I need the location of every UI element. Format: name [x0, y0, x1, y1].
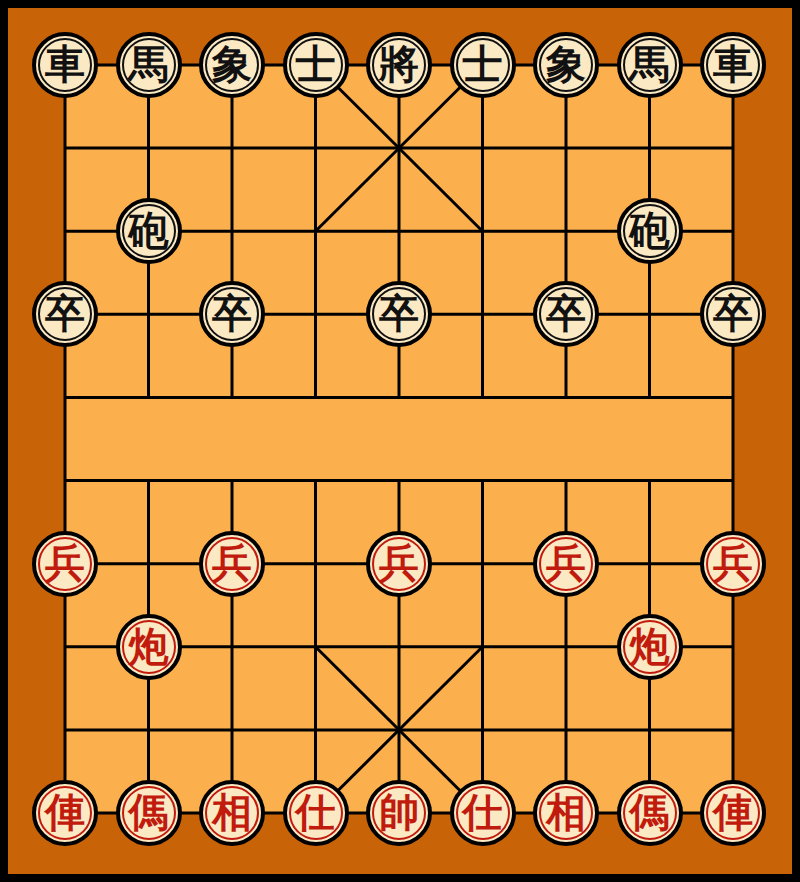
piece-character: 兵: [45, 544, 85, 584]
piece-black-cannon[interactable]: 砲: [116, 198, 182, 264]
piece-black-elephant[interactable]: 象: [199, 32, 265, 98]
piece-red-soldier[interactable]: 兵: [533, 531, 599, 597]
piece-character: 馬: [129, 45, 169, 85]
xiangqi-board[interactable]: [65, 65, 733, 813]
piece-character: 相: [546, 793, 586, 833]
piece-red-horse[interactable]: 傌: [116, 780, 182, 846]
piece-character: 仕: [296, 793, 336, 833]
piece-character: 俥: [45, 793, 85, 833]
piece-character: 卒: [546, 294, 586, 334]
piece-character: 傌: [129, 793, 169, 833]
piece-character: 將: [379, 45, 419, 85]
piece-character: 炮: [129, 627, 169, 667]
piece-red-elephant[interactable]: 相: [199, 780, 265, 846]
piece-character: 卒: [45, 294, 85, 334]
piece-character: 士: [463, 45, 503, 85]
piece-red-advisor[interactable]: 仕: [450, 780, 516, 846]
piece-character: 兵: [212, 544, 252, 584]
piece-black-soldier[interactable]: 卒: [533, 281, 599, 347]
piece-character: 士: [296, 45, 336, 85]
piece-black-soldier[interactable]: 卒: [32, 281, 98, 347]
piece-character: 卒: [212, 294, 252, 334]
piece-character: 兵: [546, 544, 586, 584]
piece-black-elephant[interactable]: 象: [533, 32, 599, 98]
piece-red-soldier[interactable]: 兵: [700, 531, 766, 597]
piece-character: 砲: [630, 211, 670, 251]
piece-black-horse[interactable]: 馬: [617, 32, 683, 98]
piece-black-chariot[interactable]: 車: [700, 32, 766, 98]
xiangqi-screenshot: 車馬象士將士象馬車砲砲卒卒卒卒卒兵兵兵兵兵炮炮俥傌相仕帥仕相傌俥: [0, 0, 800, 882]
piece-character: 車: [45, 45, 85, 85]
piece-red-cannon[interactable]: 炮: [116, 614, 182, 680]
piece-character: 帥: [379, 793, 419, 833]
piece-character: 傌: [630, 793, 670, 833]
piece-black-cannon[interactable]: 砲: [617, 198, 683, 264]
piece-character: 仕: [463, 793, 503, 833]
piece-red-elephant[interactable]: 相: [533, 780, 599, 846]
piece-red-general[interactable]: 帥: [366, 780, 432, 846]
piece-black-advisor[interactable]: 士: [450, 32, 516, 98]
piece-character: 象: [212, 45, 252, 85]
piece-red-soldier[interactable]: 兵: [366, 531, 432, 597]
piece-black-advisor[interactable]: 士: [283, 32, 349, 98]
piece-red-chariot[interactable]: 俥: [32, 780, 98, 846]
piece-black-soldier[interactable]: 卒: [700, 281, 766, 347]
piece-red-soldier[interactable]: 兵: [32, 531, 98, 597]
piece-black-general[interactable]: 將: [366, 32, 432, 98]
piece-character: 相: [212, 793, 252, 833]
piece-character: 車: [713, 45, 753, 85]
piece-character: 象: [546, 45, 586, 85]
piece-red-chariot[interactable]: 俥: [700, 780, 766, 846]
piece-character: 卒: [379, 294, 419, 334]
piece-black-horse[interactable]: 馬: [116, 32, 182, 98]
piece-character: 兵: [713, 544, 753, 584]
piece-red-soldier[interactable]: 兵: [199, 531, 265, 597]
piece-red-advisor[interactable]: 仕: [283, 780, 349, 846]
piece-character: 卒: [713, 294, 753, 334]
piece-character: 砲: [129, 211, 169, 251]
piece-character: 兵: [379, 544, 419, 584]
piece-character: 炮: [630, 627, 670, 667]
piece-red-cannon[interactable]: 炮: [617, 614, 683, 680]
piece-black-soldier[interactable]: 卒: [366, 281, 432, 347]
piece-character: 馬: [630, 45, 670, 85]
piece-black-soldier[interactable]: 卒: [199, 281, 265, 347]
piece-character: 俥: [713, 793, 753, 833]
piece-red-horse[interactable]: 傌: [617, 780, 683, 846]
piece-black-chariot[interactable]: 車: [32, 32, 98, 98]
